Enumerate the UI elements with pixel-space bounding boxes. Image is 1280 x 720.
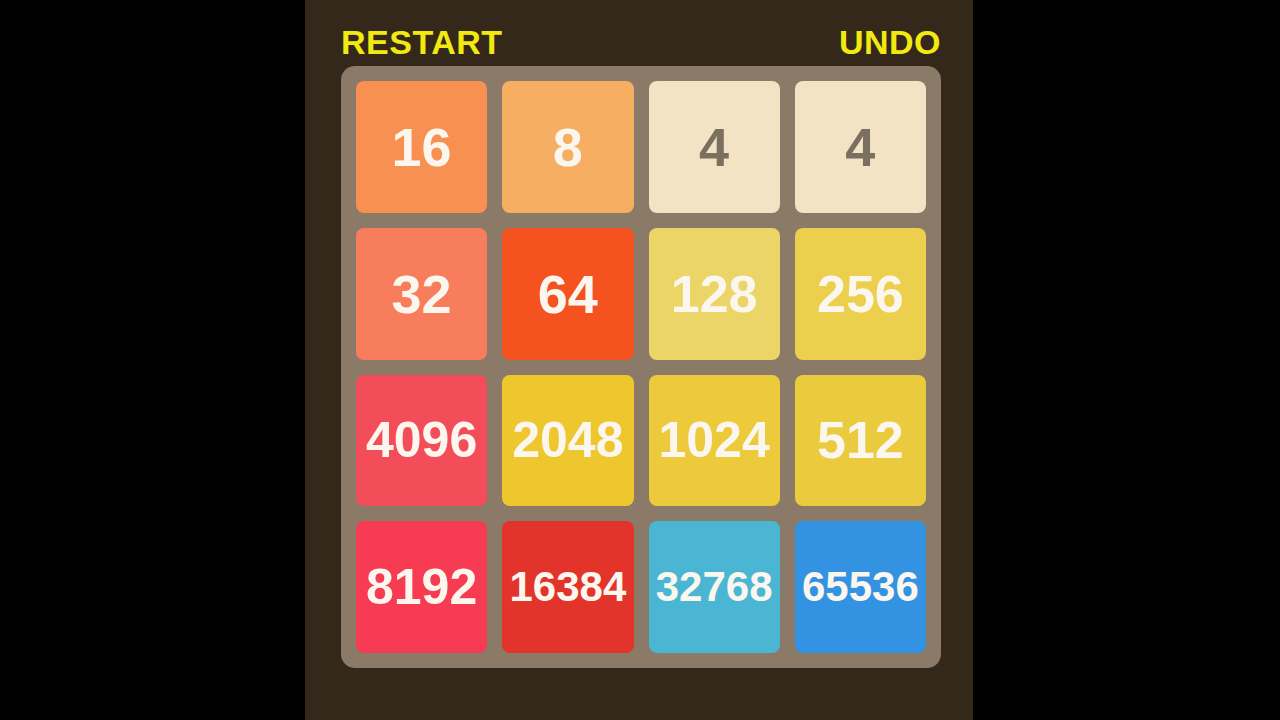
tile-16: 16 <box>356 81 487 213</box>
game-screen: RESTART UNDO 16 8 4 4 32 64 128 256 4096… <box>0 0 1280 720</box>
tile-128: 128 <box>649 228 780 360</box>
tile-8192: 8192 <box>356 521 487 653</box>
tile-64: 64 <box>502 228 633 360</box>
game-content: RESTART UNDO 16 8 4 4 32 64 128 256 4096… <box>305 0 973 720</box>
tile-4096: 4096 <box>356 375 487 507</box>
board-grid[interactable]: 16 8 4 4 32 64 128 256 4096 2048 1024 51… <box>341 66 941 668</box>
tile-4: 4 <box>649 81 780 213</box>
letterbox-right <box>973 0 1280 720</box>
restart-button[interactable]: RESTART <box>341 23 503 62</box>
tile-2048: 2048 <box>502 375 633 507</box>
tile-1024: 1024 <box>649 375 780 507</box>
tile-32: 32 <box>356 228 487 360</box>
tile-16384: 16384 <box>502 521 633 653</box>
tile-512: 512 <box>795 375 926 507</box>
letterbox-left <box>0 0 305 720</box>
tile-65536: 65536 <box>795 521 926 653</box>
tile-8: 8 <box>502 81 633 213</box>
tile-32768: 32768 <box>649 521 780 653</box>
game-header: RESTART UNDO <box>341 22 941 62</box>
tile-4: 4 <box>795 81 926 213</box>
undo-button[interactable]: UNDO <box>839 23 941 62</box>
tile-256: 256 <box>795 228 926 360</box>
